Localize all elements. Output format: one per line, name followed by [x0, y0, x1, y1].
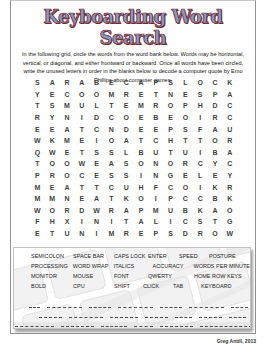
grid-cell: T [30, 158, 45, 170]
answer-blank-group [110, 313, 139, 318]
grid-cell: P [148, 228, 163, 240]
grid-cell: E [134, 228, 149, 240]
grid-cell: E [134, 123, 149, 135]
grid-cell: U [148, 147, 163, 159]
grid-cell: C [222, 100, 237, 112]
grid-cell: R [178, 158, 193, 170]
worksheet-page: Keyboarding Word Search In the following… [10, 0, 256, 334]
grid-cell: C [89, 123, 104, 135]
answer-blank-group [160, 303, 183, 308]
grid-cell: C [148, 135, 163, 147]
grid-cell: O [89, 89, 104, 101]
grid-cell: C [208, 77, 223, 89]
grid-cell: C [60, 89, 75, 101]
grid-cell: P [208, 89, 223, 101]
grid-cell: L [119, 147, 134, 159]
grid-cell: M [104, 228, 119, 240]
grid-cell: C [193, 193, 208, 205]
grid-cell: R [30, 112, 45, 124]
grid-cell: O [74, 89, 89, 101]
grid-cell: A [119, 135, 134, 147]
grid-cell: O [208, 228, 223, 240]
grid-cell: S [89, 147, 104, 159]
grid-cell: E [163, 112, 178, 124]
grid-cell: R [60, 77, 75, 89]
grid-cell: P [163, 193, 178, 205]
grid-cell: E [60, 147, 75, 159]
grid-cell: U [60, 228, 75, 240]
grid-cell: O [163, 100, 178, 112]
grid-cell: P [178, 100, 193, 112]
grid-cell: O [134, 193, 149, 205]
grid-cell: H [134, 181, 149, 193]
grid-cell: I [193, 181, 208, 193]
grid-cell: C [104, 112, 119, 124]
page-title: Keyboarding Word Search [11, 6, 255, 48]
grid-cell: E [104, 77, 119, 89]
grid-cell: C [222, 112, 237, 124]
grid-cell: C [178, 216, 193, 228]
grid-cell: S [30, 77, 45, 89]
grid-cell: O [134, 158, 149, 170]
grid-cell: A [60, 181, 75, 193]
grid-cell: B [178, 205, 193, 217]
grid-cell: A [222, 89, 237, 101]
grid-cell: L [193, 170, 208, 182]
grid-cell: S [178, 123, 193, 135]
word-bank-item: HOME ROW KEYS [194, 273, 242, 279]
grid-cell: R [45, 170, 60, 182]
grid-cell: M [30, 193, 45, 205]
word-bank-item: SPEED [179, 253, 209, 259]
grid-cell: E [74, 135, 89, 147]
grid-cell: L [89, 100, 104, 112]
grid-cell: E [45, 181, 60, 193]
answer-blank-group [118, 303, 152, 308]
grid-cell: E [45, 123, 60, 135]
grid-cell: T [104, 100, 119, 112]
word-bank-item: MOUSE [73, 273, 114, 279]
grid-cell: N [74, 228, 89, 240]
answer-blank-group [145, 313, 168, 318]
grid-cell: U [178, 147, 193, 159]
word-bank-item: FONT [114, 273, 148, 279]
grid-cell: R [208, 112, 223, 124]
answer-blank-group [47, 303, 81, 308]
grid-cell: E [89, 170, 104, 182]
word-bank-item: TAB [173, 283, 201, 289]
grid-cell: E [134, 112, 149, 124]
grid-cell: T [74, 181, 89, 193]
grid-cell: T [30, 100, 45, 112]
grid-cell: O [178, 112, 193, 124]
grid-cell: N [148, 158, 163, 170]
grid-cell: M [104, 89, 119, 101]
answer-blank-row [15, 322, 251, 327]
grid-cell: X [60, 216, 75, 228]
grid-cell: L [178, 77, 193, 89]
grid-cell: T [208, 216, 223, 228]
grid-cell: M [60, 100, 75, 112]
grid-cell: T [119, 216, 134, 228]
grid-cell: U [74, 100, 89, 112]
word-bank-row: PROCESSINGWORD WRAPITALICSACCURACYWORDS … [14, 261, 250, 271]
word-bank-item: MONITOR [31, 273, 73, 279]
grid-cell: T [45, 228, 60, 240]
grid-cell: E [119, 100, 134, 112]
grid-cell: W [222, 228, 237, 240]
grid-cell: W [89, 205, 104, 217]
grid-cell: E [178, 170, 193, 182]
grid-cell: A [208, 205, 223, 217]
grid-cell: G [222, 216, 237, 228]
word-bank-item: CAPS LOCK [114, 253, 148, 259]
grid-cell: B [148, 112, 163, 124]
grid-cell: A [89, 193, 104, 205]
answer-blank-group [189, 303, 223, 308]
word-bank-item: SPACE BAR [73, 253, 114, 259]
word-bank-item: ITALICS [114, 263, 153, 269]
grid-cell: T [163, 147, 178, 159]
answer-blank-row [39, 313, 246, 318]
grid-cell: E [74, 193, 89, 205]
grid-cell: O [45, 158, 60, 170]
grid-cell: M [45, 193, 60, 205]
word-bank-item: WORDS PER MINUTE [193, 263, 250, 269]
word-bank-item: SEMICOLON [31, 253, 73, 259]
grid-cell: N [60, 193, 75, 205]
grid-cell: D [119, 123, 134, 135]
grid-cell: E [45, 89, 60, 101]
grid-cell: N [60, 112, 75, 124]
grid-cell: K [119, 193, 134, 205]
grid-cell: T [134, 135, 149, 147]
word-bank-item: CLICK [143, 283, 173, 289]
grid-cell: M [148, 205, 163, 217]
grid-cell: A [134, 77, 149, 89]
grid-cell: G [163, 170, 178, 182]
word-bank-row: MONITORMOUSEFONTQWERTYHOME ROW KEYS [14, 271, 250, 281]
grid-cell: U [119, 181, 134, 193]
grid-cell: T [74, 123, 89, 135]
grid-cell: N [104, 123, 119, 135]
grid-cell: E [30, 228, 45, 240]
grid-cell: C [163, 181, 178, 193]
grid-cell: T [89, 181, 104, 193]
word-bank-item: POSTURE [209, 253, 236, 259]
grid-cell: P [134, 205, 149, 217]
grid-cell: A [208, 123, 223, 135]
grid-cell: M [134, 100, 149, 112]
grid-cell: O [119, 112, 134, 124]
grid-cell: I [74, 112, 89, 124]
answer-blank-group [15, 322, 54, 327]
grid-cell: D [74, 205, 89, 217]
grid-cell: W [30, 205, 45, 217]
grid-cell: A [45, 77, 60, 89]
word-bank-row: SEMICOLONSPACE BARCAPS LOCKENTERSPEEDPOS… [14, 251, 250, 261]
grid-cell: K [222, 77, 237, 89]
grid-cell: H [45, 216, 60, 228]
grid-cell: O [45, 205, 60, 217]
grid-cell: T [178, 135, 193, 147]
answer-blank-row [29, 303, 248, 308]
grid-cell: K [222, 193, 237, 205]
grid-cell: C [74, 170, 89, 182]
word-bank-item: ACCURACY [153, 263, 194, 269]
grid-cell: C [178, 193, 193, 205]
grid-cell: E [178, 89, 193, 101]
grid-cell: W [30, 135, 45, 147]
credit-line: Greg Antill, 2013 [217, 338, 256, 344]
word-bank-box: SEMICOLONSPACE BARCAPS LOCKENTERSPEEDPOS… [13, 247, 251, 329]
answer-blank-group [175, 313, 192, 318]
grid-cell: R [193, 228, 208, 240]
grid-cell: H [193, 100, 208, 112]
grid-cell: A [74, 77, 89, 89]
grid-cell: I [134, 170, 149, 182]
grid-cell: N [163, 89, 178, 101]
grid-cell: Y [208, 158, 223, 170]
grid-cell: E [208, 170, 223, 182]
grid-cell: T [104, 193, 119, 205]
grid-cell: A [104, 158, 119, 170]
grid-cell: R [119, 228, 134, 240]
grid-cell: S [104, 170, 119, 182]
grid-cell: D [178, 228, 193, 240]
grid-cell: C [104, 181, 119, 193]
answer-blank-group [69, 313, 103, 318]
word-bank-item: CPU [73, 283, 114, 289]
answer-blank-group [231, 303, 248, 308]
grid-cell: U [163, 205, 178, 217]
grid-cell: B [89, 77, 104, 89]
grid-cell: C [119, 77, 134, 89]
word-search-grid: SARABECAPSLOCKYECOOMRETNESPATSMULTEMROPH… [30, 77, 237, 239]
grid-cell: C [222, 158, 237, 170]
grid-cell: S [193, 216, 208, 228]
grid-cell: U [222, 123, 237, 135]
grid-cell: I [163, 216, 178, 228]
word-bank-item: KEYBOARD [201, 283, 232, 289]
grid-cell: I [74, 216, 89, 228]
grid-cell: C [193, 158, 208, 170]
grid-cell: B [208, 193, 223, 205]
grid-cell: E [89, 158, 104, 170]
word-bank-item: PROCESSING [31, 263, 73, 269]
grid-cell: O [60, 170, 75, 182]
grid-cell: B [208, 147, 223, 159]
grid-cell: R [119, 89, 134, 101]
grid-cell: S [119, 158, 134, 170]
grid-cell: O [178, 181, 193, 193]
grid-cell: A [60, 123, 75, 135]
word-bank-item: WORD WRAP [73, 263, 114, 269]
grid-cell: E [134, 89, 149, 101]
grid-cell: F [148, 181, 163, 193]
grid-cell: O [222, 205, 237, 217]
answer-blank-group [200, 322, 252, 327]
grid-cell: R [60, 205, 75, 217]
word-bank-item: QWERTY [148, 273, 194, 279]
grid-cell: R [148, 100, 163, 112]
grid-cell: P [30, 170, 45, 182]
grid-cell: Y [30, 89, 45, 101]
grid-cell: P [148, 77, 163, 89]
grid-cell: F [30, 216, 45, 228]
grid-cell: R [104, 205, 119, 217]
grid-cell: D [208, 100, 223, 112]
grid-cell: T [193, 135, 208, 147]
grid-cell: A [134, 216, 149, 228]
grid-cell: F [193, 123, 208, 135]
grid-cell: Y [45, 112, 60, 124]
answer-blank-group [89, 303, 112, 308]
grid-cell: O [208, 135, 223, 147]
answer-blank-group [61, 322, 94, 327]
grid-cell: B [134, 147, 149, 159]
grid-cell: I [193, 147, 208, 159]
grid-cell: E [30, 123, 45, 135]
grid-cell: K [45, 135, 60, 147]
grid-cell: I [104, 216, 119, 228]
grid-cell: S [104, 147, 119, 159]
grid-cell: Y [222, 170, 237, 182]
grid-cell: I [193, 112, 208, 124]
grid-cell: R [222, 181, 237, 193]
grid-cell: N [148, 170, 163, 182]
grid-cell: K [208, 181, 223, 193]
grid-cell: S [45, 100, 60, 112]
grid-cell: O [104, 135, 119, 147]
answer-blank-group [229, 313, 246, 318]
grid-cell: L [148, 216, 163, 228]
answer-blank-group [134, 322, 154, 327]
grid-cell: E [148, 123, 163, 135]
grid-cell: S [163, 77, 178, 89]
grid-cell: A [119, 205, 134, 217]
grid-cell: T [74, 147, 89, 159]
grid-cell: P [163, 123, 178, 135]
word-bank-item: ENTER [148, 253, 179, 259]
grid-cell: M [30, 181, 45, 193]
grid-cell: D [89, 112, 104, 124]
grid-cell: O [163, 158, 178, 170]
grid-cell: O [193, 77, 208, 89]
answer-blank-group [29, 303, 40, 308]
grid-cell: I [89, 228, 104, 240]
grid-cell: S [119, 170, 134, 182]
grid-cell: Q [30, 147, 45, 159]
word-bank-row: BOLDCPUSHIFTCLICKTABKEYBOARD [14, 281, 250, 291]
answer-blank-group [160, 322, 193, 327]
answer-blank-group [199, 313, 222, 318]
grid-cell: W [45, 147, 60, 159]
grid-cell: O [60, 158, 75, 170]
grid-cell: H [163, 135, 178, 147]
word-bank-item: SHIFT [114, 283, 143, 289]
answer-blank-group [39, 313, 62, 318]
grid-cell: A [222, 147, 237, 159]
grid-cell: I [89, 135, 104, 147]
grid-cell: I [148, 193, 163, 205]
answer-blank-group [101, 322, 127, 327]
grid-cell: S [193, 89, 208, 101]
grid-cell: M [60, 135, 75, 147]
grid-cell: S [163, 228, 178, 240]
grid-cell: T [148, 89, 163, 101]
grid-cell: R [222, 135, 237, 147]
grid-cell: K [193, 205, 208, 217]
word-bank: SEMICOLONSPACE BARCAPS LOCKENTERSPEEDPOS… [14, 251, 250, 291]
grid-cell: N [89, 216, 104, 228]
grid-cell: W [74, 158, 89, 170]
word-bank-item: BOLD [31, 283, 73, 289]
